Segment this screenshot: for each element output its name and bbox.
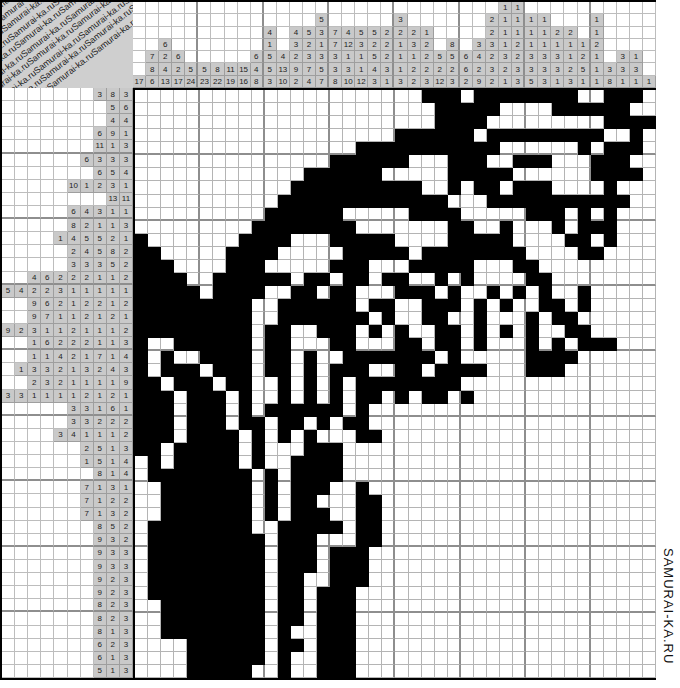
grid-cell[interactable]: [187, 142, 200, 155]
grid-cell[interactable]: [526, 613, 539, 626]
grid-cell[interactable]: [304, 377, 317, 390]
grid-cell[interactable]: [200, 456, 213, 469]
grid-cell[interactable]: [395, 221, 408, 234]
grid-cell[interactable]: [409, 181, 422, 194]
grid-cell[interactable]: [435, 377, 448, 390]
grid-cell[interactable]: [317, 338, 330, 351]
grid-cell[interactable]: [461, 247, 474, 260]
grid-cell[interactable]: [356, 273, 369, 286]
grid-cell[interactable]: [187, 90, 200, 103]
grid-cell[interactable]: [409, 573, 422, 586]
grid-cell[interactable]: [213, 430, 226, 443]
grid-cell[interactable]: [135, 155, 148, 168]
grid-cell[interactable]: [252, 208, 265, 221]
grid-cell[interactable]: [148, 443, 161, 456]
grid-cell[interactable]: [161, 587, 174, 600]
grid-cell[interactable]: [513, 547, 526, 560]
grid-cell[interactable]: [487, 351, 500, 364]
grid-cell[interactable]: [526, 286, 539, 299]
grid-cell[interactable]: [487, 299, 500, 312]
grid-cell[interactable]: [617, 652, 630, 665]
grid-cell[interactable]: [474, 639, 487, 652]
grid-cell[interactable]: [265, 495, 278, 508]
grid-cell[interactable]: [591, 665, 604, 678]
grid-cell[interactable]: [187, 273, 200, 286]
grid-cell[interactable]: [382, 116, 395, 129]
grid-cell[interactable]: [461, 573, 474, 586]
grid-cell[interactable]: [317, 391, 330, 404]
grid-cell[interactable]: [213, 273, 226, 286]
grid-cell[interactable]: [148, 404, 161, 417]
grid-cell[interactable]: [422, 560, 435, 573]
grid-cell[interactable]: [395, 129, 408, 142]
grid-cell[interactable]: [500, 639, 513, 652]
grid-cell[interactable]: [200, 430, 213, 443]
grid-cell[interactable]: [200, 364, 213, 377]
grid-cell[interactable]: [448, 547, 461, 560]
grid-cell[interactable]: [591, 456, 604, 469]
grid-cell[interactable]: [513, 260, 526, 273]
grid-cell[interactable]: [448, 495, 461, 508]
grid-cell[interactable]: [187, 482, 200, 495]
grid-cell[interactable]: [395, 338, 408, 351]
grid-cell[interactable]: [487, 430, 500, 443]
grid-cell[interactable]: [591, 247, 604, 260]
grid-cell[interactable]: [630, 469, 643, 482]
grid-cell[interactable]: [382, 534, 395, 547]
grid-cell[interactable]: [395, 391, 408, 404]
grid-cell[interactable]: [252, 482, 265, 495]
grid-cell[interactable]: [135, 613, 148, 626]
grid-cell[interactable]: [604, 639, 617, 652]
grid-cell[interactable]: [317, 181, 330, 194]
grid-cell[interactable]: [500, 221, 513, 234]
grid-cell[interactable]: [278, 116, 291, 129]
grid-cell[interactable]: [291, 338, 304, 351]
grid-cell[interactable]: [617, 247, 630, 260]
grid-cell[interactable]: [395, 626, 408, 639]
grid-cell[interactable]: [330, 129, 343, 142]
grid-cell[interactable]: [617, 639, 630, 652]
grid-cell[interactable]: [578, 338, 591, 351]
grid-cell[interactable]: [591, 626, 604, 639]
grid-cell[interactable]: [604, 417, 617, 430]
grid-cell[interactable]: [356, 469, 369, 482]
grid-cell[interactable]: [200, 613, 213, 626]
grid-cell[interactable]: [356, 430, 369, 443]
grid-cell[interactable]: [552, 639, 565, 652]
grid-cell[interactable]: [526, 247, 539, 260]
grid-cell[interactable]: [200, 469, 213, 482]
grid-cell[interactable]: [526, 299, 539, 312]
grid-cell[interactable]: [330, 260, 343, 273]
grid-cell[interactable]: [630, 325, 643, 338]
grid-cell[interactable]: [630, 573, 643, 586]
grid-cell[interactable]: [487, 626, 500, 639]
grid-cell[interactable]: [226, 652, 239, 665]
grid-cell[interactable]: [604, 129, 617, 142]
grid-cell[interactable]: [369, 208, 382, 221]
grid-cell[interactable]: [435, 521, 448, 534]
grid-cell[interactable]: [317, 195, 330, 208]
grid-cell[interactable]: [382, 573, 395, 586]
grid-cell[interactable]: [513, 587, 526, 600]
grid-cell[interactable]: [474, 600, 487, 613]
grid-cell[interactable]: [304, 364, 317, 377]
grid-cell[interactable]: [435, 155, 448, 168]
grid-cell[interactable]: [513, 573, 526, 586]
grid-cell[interactable]: [213, 391, 226, 404]
grid-cell[interactable]: [435, 495, 448, 508]
grid-cell[interactable]: [343, 639, 356, 652]
grid-cell[interactable]: [278, 469, 291, 482]
grid-cell[interactable]: [395, 547, 408, 560]
grid-cell[interactable]: [200, 626, 213, 639]
grid-cell[interactable]: [278, 364, 291, 377]
grid-cell[interactable]: [252, 195, 265, 208]
grid-cell[interactable]: [369, 404, 382, 417]
grid-cell[interactable]: [382, 600, 395, 613]
grid-cell[interactable]: [187, 613, 200, 626]
grid-cell[interactable]: [226, 325, 239, 338]
grid-cell[interactable]: [304, 430, 317, 443]
grid-cell[interactable]: [382, 417, 395, 430]
grid-cell[interactable]: [591, 430, 604, 443]
grid-cell[interactable]: [474, 430, 487, 443]
grid-cell[interactable]: [539, 391, 552, 404]
grid-cell[interactable]: [161, 443, 174, 456]
grid-cell[interactable]: [187, 456, 200, 469]
grid-cell[interactable]: [539, 103, 552, 116]
grid-cell[interactable]: [200, 299, 213, 312]
grid-cell[interactable]: [252, 286, 265, 299]
grid-cell[interactable]: [422, 521, 435, 534]
grid-cell[interactable]: [409, 417, 422, 430]
grid-cell[interactable]: [330, 626, 343, 639]
grid-cell[interactable]: [487, 325, 500, 338]
grid-cell[interactable]: [630, 534, 643, 547]
grid-cell[interactable]: [552, 273, 565, 286]
grid-cell[interactable]: [500, 168, 513, 181]
grid-cell[interactable]: [526, 652, 539, 665]
grid-cell[interactable]: [369, 338, 382, 351]
grid-cell[interactable]: [226, 221, 239, 234]
grid-cell[interactable]: [500, 404, 513, 417]
grid-cell[interactable]: [369, 181, 382, 194]
grid-cell[interactable]: [226, 534, 239, 547]
grid-cell[interactable]: [461, 168, 474, 181]
grid-cell[interactable]: [226, 547, 239, 560]
grid-cell[interactable]: [278, 495, 291, 508]
grid-cell[interactable]: [539, 168, 552, 181]
grid-cell[interactable]: [565, 103, 578, 116]
grid-cell[interactable]: [448, 417, 461, 430]
grid-cell[interactable]: [278, 90, 291, 103]
grid-cell[interactable]: [591, 443, 604, 456]
grid-cell[interactable]: [239, 495, 252, 508]
grid-cell[interactable]: [200, 391, 213, 404]
grid-cell[interactable]: [317, 377, 330, 390]
grid-cell[interactable]: [291, 103, 304, 116]
grid-cell[interactable]: [265, 221, 278, 234]
grid-cell[interactable]: [539, 351, 552, 364]
grid-cell[interactable]: [578, 652, 591, 665]
grid-cell[interactable]: [200, 377, 213, 390]
grid-cell[interactable]: [369, 155, 382, 168]
grid-cell[interactable]: [174, 155, 187, 168]
grid-cell[interactable]: [369, 547, 382, 560]
grid-cell[interactable]: [252, 391, 265, 404]
grid-cell[interactable]: [513, 208, 526, 221]
grid-cell[interactable]: [343, 90, 356, 103]
grid-cell[interactable]: [604, 299, 617, 312]
grid-cell[interactable]: [148, 208, 161, 221]
grid-cell[interactable]: [448, 351, 461, 364]
grid-cell[interactable]: [422, 443, 435, 456]
grid-cell[interactable]: [422, 338, 435, 351]
grid-cell[interactable]: [252, 247, 265, 260]
grid-cell[interactable]: [422, 155, 435, 168]
grid-cell[interactable]: [356, 155, 369, 168]
grid-cell[interactable]: [304, 560, 317, 573]
grid-cell[interactable]: [187, 573, 200, 586]
grid-cell[interactable]: [409, 260, 422, 273]
grid-cell[interactable]: [630, 547, 643, 560]
grid-cell[interactable]: [200, 286, 213, 299]
grid-cell[interactable]: [409, 129, 422, 142]
grid-cell[interactable]: [291, 116, 304, 129]
grid-cell[interactable]: [643, 456, 656, 469]
grid-cell[interactable]: [226, 286, 239, 299]
grid-cell[interactable]: [226, 208, 239, 221]
grid-cell[interactable]: [461, 195, 474, 208]
grid-cell[interactable]: [448, 286, 461, 299]
grid-cell[interactable]: [239, 129, 252, 142]
grid-cell[interactable]: [226, 443, 239, 456]
grid-cell[interactable]: [291, 273, 304, 286]
grid-cell[interactable]: [552, 364, 565, 377]
grid-cell[interactable]: [304, 600, 317, 613]
grid-cell[interactable]: [382, 299, 395, 312]
grid-cell[interactable]: [330, 665, 343, 678]
grid-cell[interactable]: [343, 626, 356, 639]
grid-cell[interactable]: [343, 521, 356, 534]
grid-cell[interactable]: [161, 495, 174, 508]
grid-cell[interactable]: [643, 325, 656, 338]
grid-cell[interactable]: [448, 587, 461, 600]
grid-cell[interactable]: [565, 116, 578, 129]
grid-cell[interactable]: [278, 338, 291, 351]
grid-cell[interactable]: [369, 626, 382, 639]
grid-cell[interactable]: [187, 443, 200, 456]
grid-cell[interactable]: [226, 103, 239, 116]
grid-cell[interactable]: [591, 116, 604, 129]
grid-cell[interactable]: [617, 587, 630, 600]
grid-cell[interactable]: [448, 456, 461, 469]
grid-cell[interactable]: [356, 234, 369, 247]
grid-cell[interactable]: [278, 404, 291, 417]
grid-cell[interactable]: [500, 273, 513, 286]
grid-cell[interactable]: [500, 665, 513, 678]
grid-cell[interactable]: [174, 665, 187, 678]
grid-cell[interactable]: [226, 665, 239, 678]
grid-cell[interactable]: [565, 560, 578, 573]
grid-cell[interactable]: [239, 560, 252, 573]
grid-cell[interactable]: [330, 587, 343, 600]
grid-cell[interactable]: [578, 508, 591, 521]
grid-cell[interactable]: [174, 508, 187, 521]
grid-cell[interactable]: [630, 195, 643, 208]
grid-cell[interactable]: [395, 508, 408, 521]
grid-cell[interactable]: [630, 613, 643, 626]
grid-cell[interactable]: [422, 273, 435, 286]
grid-cell[interactable]: [174, 273, 187, 286]
grid-cell[interactable]: [539, 469, 552, 482]
grid-cell[interactable]: [304, 208, 317, 221]
grid-cell[interactable]: [369, 142, 382, 155]
grid-cell[interactable]: [278, 377, 291, 390]
grid-cell[interactable]: [343, 391, 356, 404]
grid-cell[interactable]: [565, 377, 578, 390]
grid-cell[interactable]: [161, 299, 174, 312]
grid-cell[interactable]: [448, 534, 461, 547]
grid-cell[interactable]: [304, 639, 317, 652]
grid-cell[interactable]: [617, 417, 630, 430]
grid-cell[interactable]: [474, 495, 487, 508]
grid-cell[interactable]: [539, 443, 552, 456]
grid-cell[interactable]: [265, 116, 278, 129]
grid-cell[interactable]: [317, 534, 330, 547]
grid-cell[interactable]: [330, 312, 343, 325]
grid-cell[interactable]: [448, 103, 461, 116]
grid-cell[interactable]: [382, 221, 395, 234]
grid-cell[interactable]: [304, 351, 317, 364]
grid-cell[interactable]: [330, 364, 343, 377]
grid-cell[interactable]: [382, 495, 395, 508]
grid-cell[interactable]: [382, 103, 395, 116]
grid-cell[interactable]: [422, 469, 435, 482]
grid-cell[interactable]: [356, 600, 369, 613]
grid-cell[interactable]: [539, 430, 552, 443]
grid-cell[interactable]: [174, 312, 187, 325]
grid-cell[interactable]: [187, 534, 200, 547]
grid-cell[interactable]: [187, 260, 200, 273]
grid-cell[interactable]: [643, 417, 656, 430]
grid-cell[interactable]: [474, 417, 487, 430]
grid-cell[interactable]: [265, 338, 278, 351]
grid-cell[interactable]: [474, 90, 487, 103]
grid-cell[interactable]: [252, 587, 265, 600]
grid-cell[interactable]: [461, 469, 474, 482]
grid-cell[interactable]: [317, 508, 330, 521]
grid-cell[interactable]: [291, 665, 304, 678]
grid-cell[interactable]: [395, 430, 408, 443]
grid-cell[interactable]: [200, 103, 213, 116]
grid-cell[interactable]: [461, 208, 474, 221]
grid-cell[interactable]: [487, 247, 500, 260]
grid-cell[interactable]: [487, 260, 500, 273]
grid-cell[interactable]: [539, 573, 552, 586]
grid-cell[interactable]: [382, 626, 395, 639]
grid-cell[interactable]: [513, 181, 526, 194]
grid-cell[interactable]: [643, 273, 656, 286]
grid-cell[interactable]: [409, 443, 422, 456]
grid-cell[interactable]: [617, 286, 630, 299]
grid-cell[interactable]: [304, 312, 317, 325]
grid-cell[interactable]: [630, 417, 643, 430]
grid-cell[interactable]: [539, 181, 552, 194]
grid-cell[interactable]: [448, 129, 461, 142]
grid-cell[interactable]: [513, 521, 526, 534]
grid-cell[interactable]: [187, 129, 200, 142]
grid-cell[interactable]: [213, 652, 226, 665]
grid-cell[interactable]: [239, 286, 252, 299]
grid-cell[interactable]: [356, 547, 369, 560]
grid-cell[interactable]: [330, 299, 343, 312]
grid-cell[interactable]: [200, 142, 213, 155]
grid-cell[interactable]: [226, 338, 239, 351]
grid-cell[interactable]: [135, 639, 148, 652]
grid-cell[interactable]: [395, 600, 408, 613]
grid-cell[interactable]: [356, 560, 369, 573]
grid-cell[interactable]: [174, 391, 187, 404]
grid-cell[interactable]: [552, 116, 565, 129]
grid-cell[interactable]: [291, 626, 304, 639]
grid-cell[interactable]: [552, 495, 565, 508]
grid-cell[interactable]: [187, 234, 200, 247]
grid-cell[interactable]: [409, 234, 422, 247]
grid-cell[interactable]: [382, 312, 395, 325]
grid-cell[interactable]: [552, 417, 565, 430]
grid-cell[interactable]: [487, 534, 500, 547]
grid-cell[interactable]: [330, 195, 343, 208]
grid-cell[interactable]: [278, 195, 291, 208]
grid-cell[interactable]: [617, 560, 630, 573]
grid-cell[interactable]: [565, 90, 578, 103]
grid-cell[interactable]: [395, 364, 408, 377]
grid-cell[interactable]: [252, 534, 265, 547]
grid-cell[interactable]: [448, 560, 461, 573]
grid-cell[interactable]: [487, 195, 500, 208]
grid-cell[interactable]: [500, 181, 513, 194]
grid-cell[interactable]: [474, 129, 487, 142]
grid-cell[interactable]: [330, 534, 343, 547]
grid-cell[interactable]: [409, 547, 422, 560]
grid-cell[interactable]: [226, 142, 239, 155]
grid-cell[interactable]: [369, 639, 382, 652]
grid-cell[interactable]: [239, 103, 252, 116]
grid-cell[interactable]: [304, 325, 317, 338]
grid-cell[interactable]: [604, 613, 617, 626]
grid-cell[interactable]: [200, 495, 213, 508]
grid-cell[interactable]: [330, 325, 343, 338]
grid-cell[interactable]: [252, 312, 265, 325]
grid-cell[interactable]: [422, 129, 435, 142]
grid-cell[interactable]: [239, 600, 252, 613]
grid-cell[interactable]: [200, 351, 213, 364]
grid-cell[interactable]: [539, 404, 552, 417]
grid-cell[interactable]: [148, 142, 161, 155]
grid-cell[interactable]: [304, 142, 317, 155]
grid-cell[interactable]: [239, 338, 252, 351]
grid-cell[interactable]: [291, 391, 304, 404]
grid-cell[interactable]: [435, 626, 448, 639]
grid-cell[interactable]: [330, 573, 343, 586]
grid-cell[interactable]: [382, 430, 395, 443]
grid-cell[interactable]: [409, 495, 422, 508]
grid-cell[interactable]: [291, 181, 304, 194]
grid-cell[interactable]: [174, 626, 187, 639]
